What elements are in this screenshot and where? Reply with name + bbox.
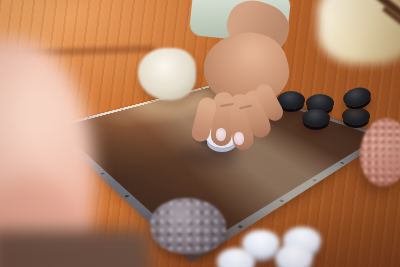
white-stone (138, 48, 196, 100)
frame-rivet (100, 172, 105, 175)
fingernail (216, 128, 226, 141)
black-checker-offboard[interactable] (342, 107, 370, 125)
hand-shadow (178, 146, 240, 168)
foreground-blur (0, 230, 150, 267)
fingernail (234, 132, 245, 146)
gray-stone (150, 198, 226, 254)
frame-rivet (312, 179, 317, 182)
photo-scene (0, 0, 400, 267)
black-checker-offboard[interactable] (302, 109, 330, 127)
frame-rivet (340, 162, 345, 164)
frame-rivet (124, 195, 130, 198)
frame-rivet (278, 199, 284, 202)
white-checker-offboard[interactable] (275, 244, 313, 267)
